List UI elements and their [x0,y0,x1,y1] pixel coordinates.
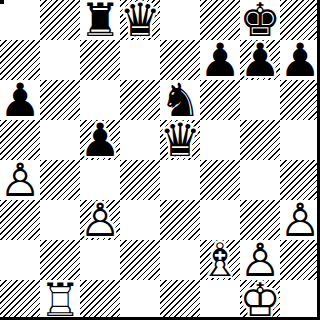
square-a3[interactable] [0,200,40,240]
square-c3[interactable]: ♟♙ [80,200,120,240]
square-e3[interactable] [160,200,200,240]
square-a4[interactable]: ♟♙ [0,160,40,200]
square-b8[interactable] [40,0,80,40]
square-c8[interactable]: ♜♜ [80,0,120,40]
square-h8[interactable] [280,0,320,40]
square-e7[interactable] [160,40,200,80]
square-d1[interactable] [120,280,160,320]
white-bishop: ♗ [200,240,240,280]
square-d5[interactable] [120,120,160,160]
white-pawn: ♙ [80,200,120,240]
square-h3[interactable]: ♟♙ [280,200,320,240]
square-g2[interactable]: ♟♙ [240,240,280,280]
square-b2[interactable] [40,240,80,280]
square-b4[interactable] [40,160,80,200]
square-g3[interactable] [240,200,280,240]
square-h5[interactable] [280,120,320,160]
square-b5[interactable] [40,120,80,160]
square-h2[interactable] [280,240,320,280]
square-d6[interactable] [120,80,160,120]
square-f2[interactable]: ♝♗ [200,240,240,280]
black-pawn: ♟ [200,40,240,80]
square-d8[interactable]: ♛♛ [120,0,160,40]
black-rook: ♜ [80,0,120,40]
square-a7[interactable] [0,40,40,80]
square-c5[interactable]: ♟♟ [80,120,120,160]
square-g5[interactable] [240,120,280,160]
chess-board: ♜♜♛♛♚♚♟♟♟♟♟♟♟♟♞♞♟♟♛♛♟♙♟♙♟♙♝♗♟♙♜♖♚♔ [0,0,320,320]
square-e4[interactable] [160,160,200,200]
square-c2[interactable] [80,240,120,280]
square-a8[interactable] [0,0,40,40]
white-rook: ♖ [40,280,80,320]
square-a1[interactable] [0,280,40,320]
square-g6[interactable] [240,80,280,120]
square-b7[interactable] [40,40,80,80]
black-queen: ♛ [120,0,160,40]
square-b1[interactable]: ♜♖ [40,280,80,320]
square-c1[interactable] [80,280,120,320]
black-queen: ♛ [160,120,200,160]
square-g8[interactable]: ♚♚ [240,0,280,40]
black-king: ♚ [240,0,280,40]
square-e6[interactable]: ♞♞ [160,80,200,120]
square-h4[interactable] [280,160,320,200]
square-e5[interactable]: ♛♛ [160,120,200,160]
square-h6[interactable] [280,80,320,120]
square-a5[interactable] [0,120,40,160]
square-f1[interactable] [200,280,240,320]
square-d2[interactable] [120,240,160,280]
square-h1[interactable] [280,280,320,320]
black-pawn: ♟ [280,40,320,80]
square-b6[interactable] [40,80,80,120]
square-a6[interactable]: ♟♟ [0,80,40,120]
square-e2[interactable] [160,240,200,280]
square-c4[interactable] [80,160,120,200]
square-a2[interactable] [0,240,40,280]
square-e8[interactable] [160,0,200,40]
square-f5[interactable] [200,120,240,160]
square-d3[interactable] [120,200,160,240]
black-pawn: ♟ [0,80,40,120]
square-f6[interactable] [200,80,240,120]
square-d7[interactable] [120,40,160,80]
black-knight: ♞ [160,80,200,120]
white-pawn: ♙ [280,200,320,240]
square-e1[interactable] [160,280,200,320]
square-c7[interactable] [80,40,120,80]
white-pawn: ♙ [0,160,40,200]
square-f7[interactable]: ♟♟ [200,40,240,80]
black-pawn: ♟ [80,120,120,160]
square-b3[interactable] [40,200,80,240]
square-d4[interactable] [120,160,160,200]
square-f8[interactable] [200,0,240,40]
white-pawn: ♙ [240,240,280,280]
square-g7[interactable]: ♟♟ [240,40,280,80]
square-g4[interactable] [240,160,280,200]
white-king: ♔ [240,280,280,320]
square-h7[interactable]: ♟♟ [280,40,320,80]
square-c6[interactable] [80,80,120,120]
black-pawn: ♟ [240,40,280,80]
square-g1[interactable]: ♚♔ [240,280,280,320]
square-f3[interactable] [200,200,240,240]
square-f4[interactable] [200,160,240,200]
